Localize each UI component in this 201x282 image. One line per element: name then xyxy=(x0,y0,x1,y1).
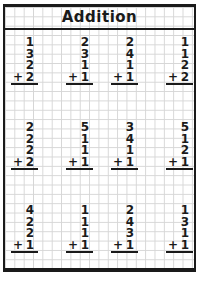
plus-sign: + xyxy=(13,72,23,84)
problem-r3c3: 2 4 3 +1 xyxy=(111,205,138,253)
title-band: Addition xyxy=(5,7,194,30)
problem-r1c2: 2 3 1 +1 xyxy=(66,37,93,85)
plus-row: +1 xyxy=(66,240,93,252)
problem-r2c3: 3 4 1 +1 xyxy=(111,122,138,170)
problem-r3c4: 1 3 1 +1 xyxy=(166,205,193,253)
problem-r2c1: 2 2 2 +2 xyxy=(11,122,38,170)
plus-row: +1 xyxy=(66,72,93,84)
plus-sign: + xyxy=(68,72,78,84)
plus-sign: + xyxy=(68,240,78,252)
last-addend: 1 xyxy=(181,240,189,252)
plus-row: +1 xyxy=(111,72,138,84)
last-addend: 1 xyxy=(181,157,189,169)
plus-sign: + xyxy=(113,240,123,252)
problem-r1c4: 1 1 2 +2 xyxy=(166,37,193,85)
last-addend: 2 xyxy=(181,72,189,84)
plus-row: +2 xyxy=(11,72,38,84)
plus-sign: + xyxy=(168,240,178,252)
plus-row: +1 xyxy=(11,240,38,252)
plus-sign: + xyxy=(168,72,178,84)
last-addend: 2 xyxy=(26,72,34,84)
plus-row: +1 xyxy=(166,240,193,252)
plus-row: +1 xyxy=(111,240,138,252)
problem-r3c1: 4 2 2 +1 xyxy=(11,205,38,253)
plus-sign: + xyxy=(13,240,23,252)
problem-r2c4: 5 1 2 +1 xyxy=(166,122,193,170)
last-addend: 1 xyxy=(126,157,134,169)
problem-r1c3: 2 4 1 +1 xyxy=(111,37,138,85)
last-addend: 1 xyxy=(126,72,134,84)
plus-row: +2 xyxy=(11,157,38,169)
plus-sign: + xyxy=(113,72,123,84)
problem-r1c1: 1 3 2 +2 xyxy=(11,37,38,85)
plus-sign: + xyxy=(168,157,178,169)
last-addend: 1 xyxy=(126,240,134,252)
last-addend: 1 xyxy=(26,240,34,252)
last-addend: 1 xyxy=(81,72,89,84)
plus-row: +1 xyxy=(166,157,193,169)
page-title: Addition xyxy=(62,10,138,25)
plus-sign: + xyxy=(13,157,23,169)
last-addend: 2 xyxy=(26,157,34,169)
plus-sign: + xyxy=(113,157,123,169)
last-addend: 1 xyxy=(81,157,89,169)
plus-row: +1 xyxy=(66,157,93,169)
worksheet-page: Addition 1 3 2 +2 2 3 1 +1 2 4 1 +1 1 1 … xyxy=(3,4,196,272)
plus-row: +1 xyxy=(111,157,138,169)
problem-r3c2: 1 1 1 +1 xyxy=(66,205,93,253)
problem-r2c2: 5 1 1 +1 xyxy=(66,122,93,170)
plus-sign: + xyxy=(68,157,78,169)
plus-row: +2 xyxy=(166,72,193,84)
last-addend: 1 xyxy=(81,240,89,252)
